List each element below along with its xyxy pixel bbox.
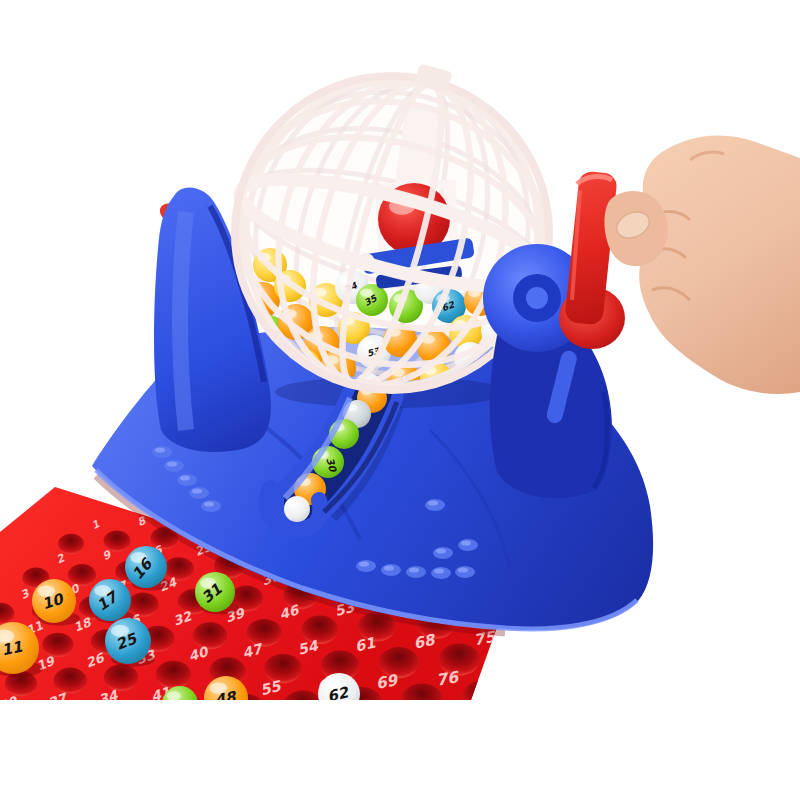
base-bump-highlight	[428, 500, 438, 505]
base-bump-highlight	[167, 461, 177, 466]
axle-hub-center	[526, 287, 548, 309]
board-cell-dimple	[58, 534, 84, 554]
ball-highlight	[287, 500, 297, 507]
tray-ball-6	[284, 496, 310, 522]
base-bump-highlight	[192, 488, 202, 493]
base-bump-highlight	[155, 447, 165, 452]
base-bump-highlight	[384, 565, 394, 570]
board-cell-dimple	[104, 664, 138, 691]
base-bump-highlight	[436, 548, 446, 553]
base-bump-highlight	[434, 568, 444, 573]
base-bump-highlight	[409, 567, 419, 572]
photo-bottom-margin	[0, 700, 800, 800]
bingo-machine-scene: 1234589101112131516171819202122232425262…	[0, 0, 800, 800]
left-stand-highlight	[180, 212, 186, 430]
ball-body	[284, 496, 310, 522]
product-photo-bingo-machine: 1234589101112131516171819202122232425262…	[0, 0, 800, 800]
base-bump-highlight	[180, 475, 190, 480]
cage-ball-35: 35	[356, 284, 388, 316]
board-cell-dimple	[42, 633, 73, 657]
ball-highlight	[167, 691, 181, 700]
board-cell-dimple	[156, 661, 192, 689]
board-cell-dimple	[54, 668, 87, 694]
base-bump-highlight	[461, 540, 471, 545]
base-bump-highlight	[204, 501, 214, 506]
base-bump-highlight	[458, 567, 468, 572]
base-bump-highlight	[359, 561, 369, 566]
